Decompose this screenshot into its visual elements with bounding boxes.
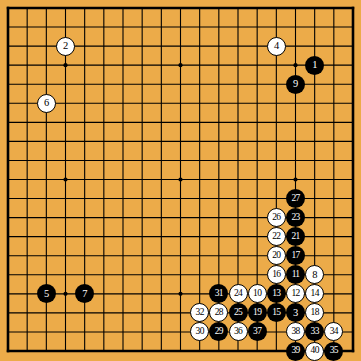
move-number: 2 xyxy=(63,40,68,51)
stone-move-23-black[interactable]: 23 xyxy=(286,208,305,227)
star-point xyxy=(293,177,297,181)
move-number: 13 xyxy=(272,289,280,299)
move-number: 3 xyxy=(293,307,298,318)
go-board[interactable]: 1234567891011121314151617181920212223242… xyxy=(0,0,361,361)
move-number: 12 xyxy=(291,289,299,299)
star-point xyxy=(178,292,182,296)
move-number: 17 xyxy=(291,250,299,260)
move-number: 31 xyxy=(215,289,223,299)
star-point xyxy=(178,177,182,181)
move-number: 39 xyxy=(291,346,299,356)
move-number: 25 xyxy=(234,308,242,318)
stone-move-19-black[interactable]: 19 xyxy=(248,303,267,322)
move-number: 36 xyxy=(234,327,242,337)
move-number: 21 xyxy=(291,231,299,241)
move-number: 15 xyxy=(272,308,280,318)
move-number: 16 xyxy=(272,270,280,280)
stone-move-35-black[interactable]: 35 xyxy=(324,342,343,361)
move-number: 22 xyxy=(272,231,280,241)
move-number: 33 xyxy=(311,327,319,337)
stone-move-6-white[interactable]: 6 xyxy=(37,94,56,113)
move-number: 24 xyxy=(234,289,242,299)
move-number: 6 xyxy=(44,98,49,109)
move-number: 8 xyxy=(312,269,317,280)
move-number: 23 xyxy=(291,212,299,222)
move-number: 18 xyxy=(311,308,319,318)
move-number: 7 xyxy=(82,288,87,299)
stone-move-16-white[interactable]: 16 xyxy=(267,265,286,284)
move-number: 5 xyxy=(44,288,49,299)
move-number: 40 xyxy=(311,346,319,356)
star-point xyxy=(63,63,67,67)
move-number: 30 xyxy=(196,327,204,337)
stone-move-39-black[interactable]: 39 xyxy=(286,342,305,361)
star-point xyxy=(63,292,67,296)
move-number: 27 xyxy=(291,193,299,203)
stone-move-36-white[interactable]: 36 xyxy=(229,322,248,341)
star-point xyxy=(63,177,67,181)
move-number: 11 xyxy=(292,270,300,280)
move-number: 35 xyxy=(330,346,338,356)
move-number: 37 xyxy=(253,327,261,337)
move-number: 4 xyxy=(274,40,279,51)
move-number: 29 xyxy=(215,327,223,337)
move-number: 14 xyxy=(311,289,319,299)
move-number: 32 xyxy=(196,308,204,318)
stone-move-40-white[interactable]: 40 xyxy=(305,342,324,361)
move-number: 19 xyxy=(253,308,261,318)
go-diagram-screenshot: 1234567891011121314151617181920212223242… xyxy=(0,0,361,361)
stone-move-9-black[interactable]: 9 xyxy=(286,75,305,94)
move-number: 28 xyxy=(215,308,223,318)
move-number: 34 xyxy=(330,327,338,337)
stone-move-10-white[interactable]: 10 xyxy=(248,284,267,303)
star-point xyxy=(178,63,182,67)
stone-move-20-white[interactable]: 20 xyxy=(267,246,286,265)
stone-move-25-black[interactable]: 25 xyxy=(229,303,248,322)
move-number: 26 xyxy=(272,212,280,222)
move-number: 20 xyxy=(272,250,280,260)
stone-move-22-white[interactable]: 22 xyxy=(267,227,286,246)
move-number: 9 xyxy=(293,78,298,89)
stone-move-4-white[interactable]: 4 xyxy=(267,37,286,56)
stone-move-26-white[interactable]: 26 xyxy=(267,208,286,227)
stone-move-1-black[interactable]: 1 xyxy=(305,56,324,75)
stone-move-27-black[interactable]: 27 xyxy=(286,189,305,208)
stone-move-2-white[interactable]: 2 xyxy=(56,37,75,56)
move-number: 10 xyxy=(253,289,261,299)
move-number: 38 xyxy=(291,327,299,337)
stone-move-37-black[interactable]: 37 xyxy=(248,322,267,341)
stone-move-24-white[interactable]: 24 xyxy=(229,284,248,303)
move-number: 1 xyxy=(312,59,317,70)
star-point xyxy=(293,63,297,67)
